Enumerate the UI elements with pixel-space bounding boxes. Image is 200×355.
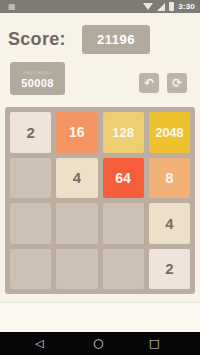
tile-r3c4: 4 <box>149 203 190 244</box>
tile-r1c2: 16 <box>56 112 97 153</box>
high-score-box: High score 50008 <box>10 62 65 95</box>
tile-r4c3 <box>103 249 144 290</box>
cellular-signal-icon <box>157 3 165 11</box>
tile-r2c1 <box>10 158 51 199</box>
android-nav-bar: ◁ ○ □ <box>0 332 200 355</box>
tile-r2c2: 4 <box>56 158 97 199</box>
undo-button[interactable]: ↶ <box>139 73 159 93</box>
tile-r3c3 <box>103 203 144 244</box>
status-bar: ▦ 3:30 <box>0 0 200 13</box>
tile-r2c3: 64 <box>103 158 144 199</box>
tile-r1c1: 2 <box>10 112 51 153</box>
tile-r4c4: 2 <box>149 249 190 290</box>
tile-r3c2 <box>56 203 97 244</box>
score-label: Score: <box>8 29 66 50</box>
tile-r2c4: 8 <box>149 158 190 199</box>
tile-r4c2 <box>56 249 97 290</box>
tile-r1c4: 2048 <box>149 112 190 153</box>
score-value: 21196 <box>97 32 135 47</box>
recents-icon[interactable]: □ <box>149 332 159 355</box>
home-icon[interactable]: ○ <box>93 332 103 355</box>
high-score-label: High score <box>23 69 52 76</box>
back-icon[interactable]: ◁ <box>35 332 43 355</box>
phone-screen: ▦ 3:30 Score: 21196 High score 50008 ↶ ⟳… <box>0 0 200 355</box>
tile-r3c1 <box>10 203 51 244</box>
restart-button[interactable]: ⟳ <box>167 73 187 93</box>
status-bar-right: 3:30 <box>143 0 195 13</box>
game-board-2048[interactable]: 2 16 128 2048 4 64 8 4 2 <box>5 107 195 294</box>
clock-time: 3:30 <box>178 2 195 11</box>
wifi-icon <box>143 3 153 10</box>
high-score-value: 50008 <box>21 77 54 89</box>
tile-r1c3: 128 <box>103 112 144 153</box>
score-box: 21196 <box>82 25 150 54</box>
battery-icon <box>169 2 174 11</box>
notification-icon: ▦ <box>8 2 16 11</box>
lower-background-strip <box>0 302 200 332</box>
tile-r4c1 <box>10 249 51 290</box>
